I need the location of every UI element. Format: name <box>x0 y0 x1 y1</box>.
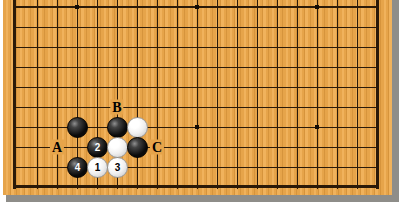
board-shadow-bottom <box>6 195 399 202</box>
move-number: 3 <box>115 163 121 173</box>
grid-line-col-J <box>177 0 178 189</box>
point-label-a[interactable]: A <box>50 140 64 155</box>
move-number: 1 <box>95 163 101 173</box>
grid-line-row-6 <box>13 87 379 88</box>
grid-line-col-G <box>137 0 138 189</box>
grid-line-col-L <box>217 0 218 189</box>
move-number: 4 <box>75 163 81 173</box>
grid-line-col-K <box>197 0 198 189</box>
star-point-D10 <box>75 5 79 9</box>
point-label-c[interactable]: C <box>150 140 164 155</box>
stone-G3[interactable] <box>127 137 148 158</box>
star-point-K4 <box>195 125 199 129</box>
stone-E2[interactable]: 1 <box>87 157 108 178</box>
grid-line-row-8 <box>13 47 379 48</box>
star-point-Q10 <box>315 5 319 9</box>
grid-line-col-A <box>13 0 16 189</box>
grid-line-row-3 <box>13 147 379 148</box>
grid-line-col-T <box>376 0 379 189</box>
stone-D2[interactable]: 4 <box>67 157 88 178</box>
grid-line-col-Q <box>317 0 318 189</box>
stone-D4[interactable] <box>67 117 88 138</box>
grid-line-col-M <box>237 0 238 189</box>
grid-line-row-5 <box>13 107 379 108</box>
go-board[interactable]: 2413ABC <box>3 0 392 195</box>
grid-line-col-C <box>57 0 58 189</box>
grid-line-col-N <box>257 0 258 189</box>
grid-line-col-H <box>157 0 158 189</box>
board-shadow-right <box>392 0 399 202</box>
point-label-b[interactable]: B <box>110 100 123 115</box>
grid-line-row-7 <box>13 67 379 68</box>
stone-F3[interactable] <box>107 137 128 158</box>
grid-line-row-9 <box>13 27 379 28</box>
grid-line-col-P <box>297 0 298 189</box>
grid-line-col-S <box>357 0 358 189</box>
move-number: 2 <box>95 143 101 153</box>
star-point-K10 <box>195 5 199 9</box>
page-background: 2413ABC <box>0 0 400 209</box>
stone-F2[interactable]: 3 <box>107 157 128 178</box>
stone-E3[interactable]: 2 <box>87 137 108 158</box>
grid-line-col-R <box>337 0 338 189</box>
grid-line-col-O <box>277 0 278 189</box>
grid-line-col-B <box>37 0 38 189</box>
star-point-Q4 <box>315 125 319 129</box>
grid-line-row-1 <box>13 185 379 188</box>
stone-F4[interactable] <box>107 117 128 138</box>
stone-G4[interactable] <box>127 117 148 138</box>
